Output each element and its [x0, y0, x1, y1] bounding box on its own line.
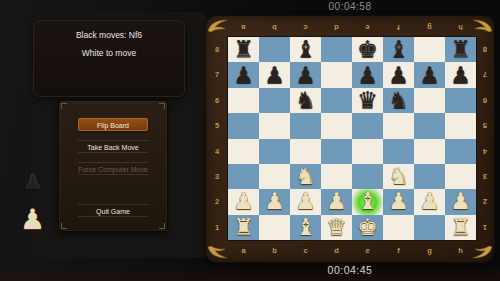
black-clock: 00:04:58 [206, 1, 494, 12]
white-rook-piece[interactable]: ♜ [450, 215, 471, 240]
file-label-bottom-h: h [445, 245, 476, 256]
black-knight-piece[interactable]: ♞ [388, 88, 409, 113]
square-g3[interactable] [414, 164, 445, 189]
black-pawn-piece[interactable]: ♟ [450, 63, 471, 88]
square-h2[interactable]: ♟ [445, 189, 476, 214]
square-g5[interactable] [414, 113, 445, 138]
square-h5[interactable] [445, 113, 476, 138]
square-b7[interactable]: ♟ [259, 62, 290, 87]
square-a7[interactable]: ♟ [228, 62, 259, 87]
black-queen-piece[interactable]: ♛ [357, 88, 378, 113]
rank-label-right-3: 3 [477, 164, 493, 189]
chess-board: ♜♝♚♝♜♟♟♟♟♟♟♟♞♛♞♞♞♟♟♟♟♝♟♟♟♜♝♛♚♜ [228, 37, 476, 240]
rank-label-right-4: 4 [477, 139, 493, 164]
square-f8[interactable]: ♝ [383, 37, 414, 62]
square-a3[interactable] [228, 164, 259, 189]
square-d8[interactable] [321, 37, 352, 62]
rank-label-right-7: 7 [477, 62, 493, 87]
file-label-top-g: g [414, 22, 445, 33]
square-a6[interactable] [228, 88, 259, 113]
file-label-top-h: h [445, 22, 476, 33]
panel-corner-ornament [159, 223, 165, 229]
rank-label-right-6: 6 [477, 88, 493, 113]
white-pawn-piece[interactable]: ♟ [295, 189, 316, 214]
square-f5[interactable] [383, 113, 414, 138]
square-c5[interactable] [290, 113, 321, 138]
square-d6[interactable] [321, 88, 352, 113]
black-pawn-piece[interactable]: ♟ [295, 63, 316, 88]
rank-label-right-5: 5 [477, 113, 493, 138]
square-b3[interactable] [259, 164, 290, 189]
file-label-top-d: d [321, 22, 352, 33]
rank-label-right-8: 8 [477, 37, 493, 62]
white-knight-piece[interactable]: ♞ [295, 164, 316, 189]
square-e7[interactable]: ♟ [352, 62, 383, 87]
square-g4[interactable] [414, 139, 445, 164]
white-pawn-piece[interactable]: ♟ [326, 189, 347, 214]
square-e4[interactable] [352, 139, 383, 164]
file-label-bottom-d: d [321, 245, 352, 256]
white-rook-piece[interactable]: ♜ [233, 215, 254, 240]
file-label-bottom-e: e [352, 245, 383, 256]
square-g1[interactable] [414, 215, 445, 240]
square-b4[interactable] [259, 139, 290, 164]
square-b5[interactable] [259, 113, 290, 138]
file-label-top-a: a [228, 22, 259, 33]
square-f3[interactable]: ♞ [383, 164, 414, 189]
black-knight-piece[interactable]: ♞ [295, 88, 316, 113]
square-h4[interactable] [445, 139, 476, 164]
rank-label-left-5: 5 [209, 113, 225, 138]
square-b1[interactable] [259, 215, 290, 240]
white-bishop-piece[interactable]: ♝ [357, 189, 378, 214]
file-label-bottom-b: b [259, 245, 290, 256]
black-bishop-piece[interactable]: ♝ [388, 37, 409, 62]
black-bishop-piece[interactable]: ♝ [295, 37, 316, 62]
square-g6[interactable] [414, 88, 445, 113]
square-a5[interactable] [228, 113, 259, 138]
white-pawn-piece[interactable]: ♟ [450, 189, 471, 214]
rank-label-left-7: 7 [209, 62, 225, 87]
quit-game-button[interactable]: Quit Game [78, 204, 148, 217]
captured-white-pawn-icon: ♟ [20, 206, 45, 234]
square-e1[interactable]: ♚ [352, 215, 383, 240]
square-f7[interactable]: ♟ [383, 62, 414, 87]
square-c2[interactable]: ♟ [290, 189, 321, 214]
black-king-piece[interactable]: ♚ [357, 37, 378, 62]
take-back-move-button[interactable]: Take Back Move [78, 140, 148, 153]
square-e5[interactable] [352, 113, 383, 138]
file-label-top-f: f [383, 22, 414, 33]
square-a2[interactable]: ♟ [228, 189, 259, 214]
panel-corner-ornament [159, 103, 165, 109]
rank-label-right-2: 2 [477, 189, 493, 214]
square-d3[interactable] [321, 164, 352, 189]
file-label-bottom-c: c [290, 245, 321, 256]
black-pawn-piece[interactable]: ♟ [357, 63, 378, 88]
file-label-top-b: b [259, 22, 290, 33]
square-f1[interactable] [383, 215, 414, 240]
last-move-text: Black moves: Nf6 [34, 30, 184, 40]
rank-label-left-2: 2 [209, 189, 225, 214]
file-label-bottom-g: g [414, 245, 445, 256]
square-c7[interactable]: ♟ [290, 62, 321, 87]
rank-label-left-6: 6 [209, 88, 225, 113]
square-c6[interactable]: ♞ [290, 88, 321, 113]
chess-board-frame: ♜♝♚♝♜♟♟♟♟♟♟♟♞♛♞♞♞♟♟♟♟♝♟♟♟♜♝♛♚♜ aabbccdde… [206, 16, 494, 262]
square-f4[interactable] [383, 139, 414, 164]
square-c8[interactable]: ♝ [290, 37, 321, 62]
square-b8[interactable] [259, 37, 290, 62]
white-pawn-piece[interactable]: ♟ [388, 189, 409, 214]
square-d7[interactable] [321, 62, 352, 87]
rank-label-left-4: 4 [209, 139, 225, 164]
square-d4[interactable] [321, 139, 352, 164]
black-pawn-piece[interactable]: ♟ [388, 63, 409, 88]
black-rook-piece[interactable]: ♜ [233, 37, 254, 62]
square-a8[interactable]: ♜ [228, 37, 259, 62]
rank-label-left-8: 8 [209, 37, 225, 62]
square-h3[interactable] [445, 164, 476, 189]
file-label-top-c: c [290, 22, 321, 33]
flip-board-button[interactable]: Flip Board [78, 118, 148, 131]
black-pawn-piece[interactable]: ♟ [233, 63, 254, 88]
turn-indicator-text: White to move [34, 48, 184, 58]
file-label-bottom-a: a [228, 245, 259, 256]
square-h1[interactable]: ♜ [445, 215, 476, 240]
square-e6[interactable]: ♛ [352, 88, 383, 113]
white-clock: 00:04:45 [206, 264, 494, 276]
captured-black-pawn-icon: ♟ [24, 172, 42, 192]
white-bishop-piece[interactable]: ♝ [295, 215, 316, 240]
gold-flourish-icon [208, 19, 228, 32]
force-computer-move-button[interactable]: Force Computer Move [78, 162, 148, 175]
white-pawn-piece[interactable]: ♟ [264, 189, 285, 214]
square-b2[interactable]: ♟ [259, 189, 290, 214]
black-pawn-piece[interactable]: ♟ [419, 63, 440, 88]
game-menu-panel: Flip Board Take Back Move Force Computer… [58, 100, 168, 232]
square-f6[interactable]: ♞ [383, 88, 414, 113]
square-g2[interactable]: ♟ [414, 189, 445, 214]
square-b6[interactable] [259, 88, 290, 113]
rank-label-right-1: 1 [477, 215, 493, 240]
app-window: 00:04:58 Black moves: Nf6 White to move … [0, 0, 500, 281]
panel-corner-ornament [61, 103, 67, 109]
square-d2[interactable]: ♟ [321, 189, 352, 214]
square-a4[interactable] [228, 139, 259, 164]
rank-label-left-3: 3 [209, 164, 225, 189]
square-f2[interactable]: ♟ [383, 189, 414, 214]
square-h6[interactable] [445, 88, 476, 113]
white-queen-piece[interactable]: ♛ [326, 215, 347, 240]
white-knight-piece[interactable]: ♞ [388, 164, 409, 189]
square-h8[interactable]: ♜ [445, 37, 476, 62]
rank-label-left-1: 1 [209, 215, 225, 240]
file-label-top-e: e [352, 22, 383, 33]
black-pawn-piece[interactable]: ♟ [264, 63, 285, 88]
square-c3[interactable]: ♞ [290, 164, 321, 189]
white-king-piece[interactable]: ♚ [357, 215, 378, 240]
square-g7[interactable]: ♟ [414, 62, 445, 87]
square-e2[interactable]: ♝ [352, 189, 383, 214]
file-label-bottom-f: f [383, 245, 414, 256]
square-a1[interactable]: ♜ [228, 215, 259, 240]
gold-flourish-icon [208, 246, 228, 259]
black-rook-piece[interactable]: ♜ [450, 37, 471, 62]
square-d1[interactable]: ♛ [321, 215, 352, 240]
square-e3[interactable] [352, 164, 383, 189]
square-g8[interactable] [414, 37, 445, 62]
white-pawn-piece[interactable]: ♟ [233, 189, 254, 214]
white-pawn-piece[interactable]: ♟ [419, 189, 440, 214]
square-c1[interactable]: ♝ [290, 215, 321, 240]
square-d5[interactable] [321, 113, 352, 138]
square-e8[interactable]: ♚ [352, 37, 383, 62]
panel-corner-ornament [61, 223, 67, 229]
square-h7[interactable]: ♟ [445, 62, 476, 87]
square-c4[interactable] [290, 139, 321, 164]
status-panel: Black moves: Nf6 White to move [33, 20, 185, 97]
